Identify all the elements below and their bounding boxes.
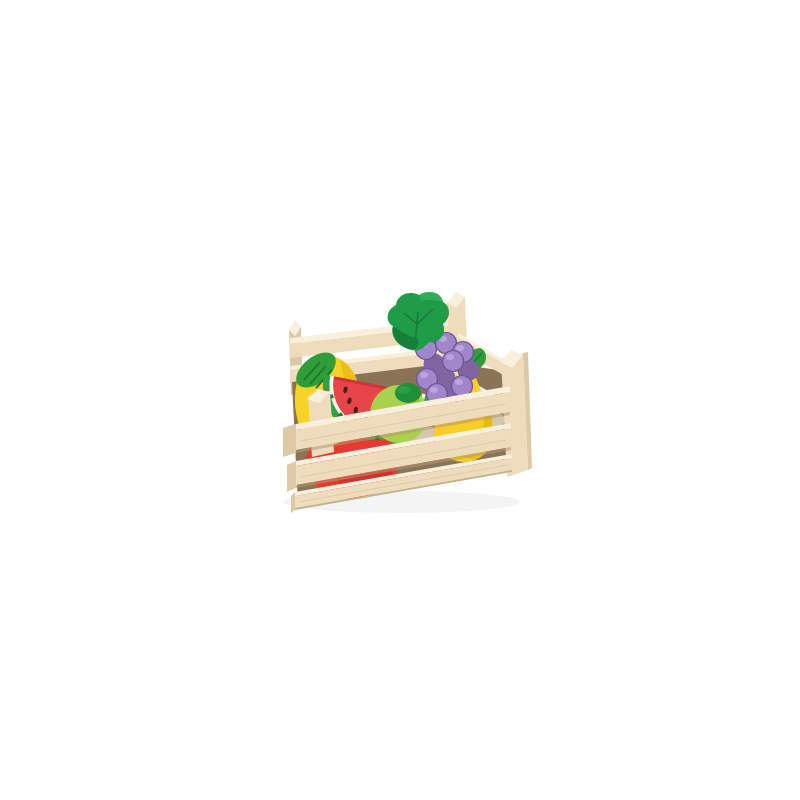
fruit-crate-illustration	[0, 0, 800, 800]
grape	[443, 351, 464, 372]
product-photo	[0, 0, 800, 800]
